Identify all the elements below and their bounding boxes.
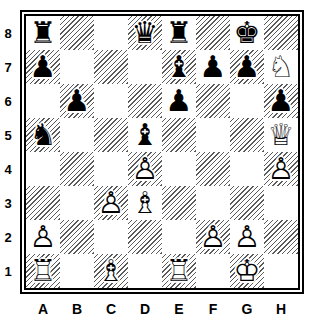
square-d4[interactable]: ♟♙: [128, 152, 162, 186]
square-c1[interactable]: ♝♗: [94, 254, 128, 288]
square-e7[interactable]: ♝♝: [162, 50, 196, 84]
square-e8[interactable]: ♜♜: [162, 16, 196, 50]
square-g6[interactable]: [230, 84, 264, 118]
square-h3[interactable]: [264, 186, 298, 220]
square-c3[interactable]: ♟♙: [94, 186, 128, 220]
chess-diagram: 87654321 ♜♜♛♛♜♜♚♚♟♟♝♝♟♟♟♟♞♘♟♟♟♟♟♟♞♞♝♝♛♕♟…: [20, 10, 304, 294]
square-b1[interactable]: [60, 254, 94, 288]
square-h1[interactable]: [264, 254, 298, 288]
square-e5[interactable]: [162, 118, 196, 152]
square-b5[interactable]: [60, 118, 94, 152]
rank-label-6: 6: [0, 84, 16, 118]
piece-black-pawn[interactable]: ♟♟: [26, 50, 60, 84]
square-h7[interactable]: ♞♘: [264, 50, 298, 84]
piece-glyph: ♙: [230, 220, 264, 254]
piece-glyph: ♔: [230, 254, 264, 288]
square-c2[interactable]: [94, 220, 128, 254]
square-a7[interactable]: ♟♟: [26, 50, 60, 84]
piece-white-pawn[interactable]: ♟♙: [94, 186, 128, 220]
square-a6[interactable]: [26, 84, 60, 118]
square-g4[interactable]: [230, 152, 264, 186]
square-b7[interactable]: [60, 50, 94, 84]
piece-white-knight[interactable]: ♞♘: [264, 50, 298, 84]
piece-glyph: ♜: [162, 16, 196, 50]
piece-glyph: ♕: [264, 118, 298, 152]
square-f7[interactable]: ♟♟: [196, 50, 230, 84]
square-e1[interactable]: ♜♖: [162, 254, 196, 288]
piece-white-rook[interactable]: ♜♖: [162, 254, 196, 288]
square-g2[interactable]: ♟♙: [230, 220, 264, 254]
piece-white-pawn[interactable]: ♟♙: [230, 220, 264, 254]
square-d6[interactable]: [128, 84, 162, 118]
rank-label-3: 3: [0, 186, 16, 220]
square-c5[interactable]: [94, 118, 128, 152]
piece-glyph: ♗: [94, 254, 128, 288]
square-e3[interactable]: [162, 186, 196, 220]
square-h4[interactable]: ♟♙: [264, 152, 298, 186]
square-e6[interactable]: ♟♟: [162, 84, 196, 118]
piece-white-queen[interactable]: ♛♕: [264, 118, 298, 152]
piece-glyph: ♝: [162, 50, 196, 84]
piece-glyph: ♙: [128, 152, 162, 186]
piece-glyph: ♟: [264, 84, 298, 118]
piece-glyph: ♟: [26, 50, 60, 84]
piece-white-rook[interactable]: ♜♖: [26, 254, 60, 288]
file-label-a: A: [26, 298, 60, 320]
rank-label-8: 8: [0, 16, 16, 50]
piece-glyph: ♟: [162, 84, 196, 118]
square-f5[interactable]: [196, 118, 230, 152]
square-d1[interactable]: [128, 254, 162, 288]
square-b8[interactable]: [60, 16, 94, 50]
square-d7[interactable]: [128, 50, 162, 84]
square-c8[interactable]: [94, 16, 128, 50]
square-c7[interactable]: [94, 50, 128, 84]
square-a2[interactable]: ♟♙: [26, 220, 60, 254]
square-f6[interactable]: [196, 84, 230, 118]
piece-black-knight[interactable]: ♞♞: [26, 118, 60, 152]
piece-black-pawn[interactable]: ♟♟: [60, 84, 94, 118]
square-f4[interactable]: [196, 152, 230, 186]
piece-glyph: ♟: [230, 50, 264, 84]
piece-glyph: ♟: [60, 84, 94, 118]
square-a4[interactable]: [26, 152, 60, 186]
piece-glyph: ♜: [26, 16, 60, 50]
square-b2[interactable]: [60, 220, 94, 254]
square-h2[interactable]: [264, 220, 298, 254]
square-b3[interactable]: [60, 186, 94, 220]
rank-label-5: 5: [0, 118, 16, 152]
piece-black-bishop[interactable]: ♝♝: [162, 50, 196, 84]
square-e2[interactable]: [162, 220, 196, 254]
piece-black-rook[interactable]: ♜♜: [26, 16, 60, 50]
piece-glyph: ♙: [264, 152, 298, 186]
piece-white-king[interactable]: ♚♔: [230, 254, 264, 288]
file-labels: ABCDEFGH: [26, 298, 298, 320]
file-label-b: B: [60, 298, 94, 320]
piece-white-bishop[interactable]: ♝♗: [128, 186, 162, 220]
piece-glyph: ♙: [196, 220, 230, 254]
square-d5[interactable]: ♝♝: [128, 118, 162, 152]
piece-black-rook[interactable]: ♜♜: [162, 16, 196, 50]
square-c6[interactable]: [94, 84, 128, 118]
square-h6[interactable]: ♟♟: [264, 84, 298, 118]
file-label-g: G: [230, 298, 264, 320]
board-frame: ♜♜♛♛♜♜♚♚♟♟♝♝♟♟♟♟♞♘♟♟♟♟♟♟♞♞♝♝♛♕♟♙♟♙♟♙♝♗♟♙…: [20, 10, 304, 294]
piece-white-bishop[interactable]: ♝♗: [94, 254, 128, 288]
piece-white-pawn[interactable]: ♟♙: [196, 220, 230, 254]
piece-black-pawn[interactable]: ♟♟: [162, 84, 196, 118]
file-label-c: C: [94, 298, 128, 320]
rank-label-4: 4: [0, 152, 16, 186]
rank-label-1: 1: [0, 254, 16, 288]
square-a8[interactable]: ♜♜: [26, 16, 60, 50]
square-g3[interactable]: [230, 186, 264, 220]
piece-glyph: ♙: [94, 186, 128, 220]
piece-white-pawn[interactable]: ♟♙: [264, 152, 298, 186]
square-a1[interactable]: ♜♖: [26, 254, 60, 288]
square-g7[interactable]: ♟♟: [230, 50, 264, 84]
piece-black-king[interactable]: ♚♚: [230, 16, 264, 50]
square-b6[interactable]: ♟♟: [60, 84, 94, 118]
piece-glyph: ♟: [196, 50, 230, 84]
square-d3[interactable]: ♝♗: [128, 186, 162, 220]
square-g8[interactable]: ♚♚: [230, 16, 264, 50]
piece-glyph: ♞: [26, 118, 60, 152]
piece-black-pawn[interactable]: ♟♟: [230, 50, 264, 84]
file-label-h: H: [264, 298, 298, 320]
piece-glyph: ♛: [128, 16, 162, 50]
square-a5[interactable]: ♞♞: [26, 118, 60, 152]
piece-glyph: ♙: [26, 220, 60, 254]
file-label-f: F: [196, 298, 230, 320]
piece-black-pawn[interactable]: ♟♟: [264, 84, 298, 118]
square-d2[interactable]: [128, 220, 162, 254]
square-d8[interactable]: ♛♛: [128, 16, 162, 50]
piece-white-pawn[interactable]: ♟♙: [128, 152, 162, 186]
square-h5[interactable]: ♛♕: [264, 118, 298, 152]
file-label-d: D: [128, 298, 162, 320]
piece-glyph: ♘: [264, 50, 298, 84]
square-g5[interactable]: [230, 118, 264, 152]
square-f3[interactable]: [196, 186, 230, 220]
rank-labels: 87654321: [0, 16, 16, 288]
square-f1[interactable]: [196, 254, 230, 288]
piece-glyph: ♖: [162, 254, 196, 288]
file-label-e: E: [162, 298, 196, 320]
piece-black-queen[interactable]: ♛♛: [128, 16, 162, 50]
piece-black-pawn[interactable]: ♟♟: [196, 50, 230, 84]
piece-glyph: ♝: [128, 118, 162, 152]
square-f2[interactable]: ♟♙: [196, 220, 230, 254]
square-h8[interactable]: [264, 16, 298, 50]
rank-label-2: 2: [0, 220, 16, 254]
square-e4[interactable]: [162, 152, 196, 186]
piece-white-pawn[interactable]: ♟♙: [26, 220, 60, 254]
piece-black-bishop[interactable]: ♝♝: [128, 118, 162, 152]
square-a3[interactable]: [26, 186, 60, 220]
piece-glyph: ♖: [26, 254, 60, 288]
square-f8[interactable]: [196, 16, 230, 50]
square-b4[interactable]: [60, 152, 94, 186]
piece-glyph: ♚: [230, 16, 264, 50]
square-g1[interactable]: ♚♔: [230, 254, 264, 288]
chess-board: ♜♜♛♛♜♜♚♚♟♟♝♝♟♟♟♟♞♘♟♟♟♟♟♟♞♞♝♝♛♕♟♙♟♙♟♙♝♗♟♙…: [24, 14, 300, 290]
piece-glyph: ♗: [128, 186, 162, 220]
square-c4[interactable]: [94, 152, 128, 186]
rank-label-7: 7: [0, 50, 16, 84]
